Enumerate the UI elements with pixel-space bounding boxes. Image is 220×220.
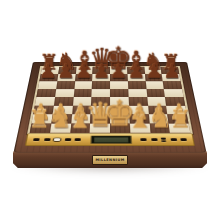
piece-black-pawn-d7[interactable]: ♟ [92,61,110,81]
square-g6[interactable] [145,81,164,89]
control-strip [25,134,195,147]
photo-stage: MILLENNIUM ♜♞♝♛♚♝♞♜♟♟♟♟♟♟♟♟♟♟♟♟♟♟♟♟♜♞♝♛♚… [0,0,220,220]
piece-black-pawn-f7[interactable]: ♟ [127,61,145,81]
control-button[interactable] [140,138,146,140]
control-button-down[interactable] [161,140,166,142]
square-b6[interactable] [56,81,75,89]
square-g5[interactable] [146,89,165,97]
square-f7[interactable]: ♟ [127,74,145,81]
lcd-display [90,136,132,144]
board-frame: ♜♞♝♛♚♝♞♜♟♟♟♟♟♟♟♟♟♟♟♟♟♟♟♟♜♞♝♛♚♝♞♜ [14,62,207,153]
piece-black-pawn-b7[interactable]: ♟ [57,61,75,81]
piece-black-pawn-h7[interactable]: ♟ [163,61,181,81]
control-button-pair [161,138,166,142]
control-button[interactable] [43,138,49,140]
piece-black-pawn-a7[interactable]: ♟ [39,61,57,81]
control-button[interactable] [75,138,81,140]
piece-white-rook-h1[interactable]: ♜ [169,107,192,132]
square-h6[interactable] [163,81,182,89]
square-g7[interactable]: ♟ [145,74,163,81]
control-button[interactable] [151,138,157,140]
board-scene: ♜♞♝♛♚♝♞♜♟♟♟♟♟♟♟♟♟♟♟♟♟♟♟♟♜♞♝♛♚♝♞♜ [33,62,187,216]
square-c7[interactable]: ♟ [75,74,93,81]
control-button-up[interactable] [161,138,166,140]
square-a7[interactable]: ♟ [39,74,58,81]
square-c6[interactable] [74,81,92,89]
square-g1[interactable]: ♞ [149,123,170,133]
piece-black-pawn-g7[interactable]: ♟ [145,61,163,81]
piece-black-pawn-c7[interactable]: ♟ [75,61,93,81]
square-h7[interactable]: ♟ [162,74,181,81]
board-grid: ♜♞♝♛♚♝♞♜♟♟♟♟♟♟♟♟♟♟♟♟♟♟♟♟♜♞♝♛♚♝♞♜ [30,67,190,133]
piece-black-pawn-e7[interactable]: ♟ [110,61,128,81]
square-a5[interactable] [36,89,56,97]
square-a6[interactable] [38,81,57,89]
square-e7[interactable]: ♟ [110,74,128,81]
control-button-lit[interactable] [54,138,60,140]
left-button-group [33,138,81,140]
square-f6[interactable] [128,81,146,89]
control-button[interactable] [33,138,39,140]
square-b5[interactable] [55,89,74,97]
square-b7[interactable]: ♟ [57,74,75,81]
control-button[interactable] [170,138,176,140]
square-e6[interactable] [110,81,128,89]
control-button[interactable] [180,138,186,140]
square-d7[interactable]: ♟ [92,74,110,81]
control-button[interactable] [64,138,70,140]
square-d6[interactable] [92,81,110,89]
square-h1[interactable]: ♜ [169,123,190,133]
lcd-screen [93,137,127,143]
square-h5[interactable] [164,89,184,97]
right-button-group [140,138,187,142]
